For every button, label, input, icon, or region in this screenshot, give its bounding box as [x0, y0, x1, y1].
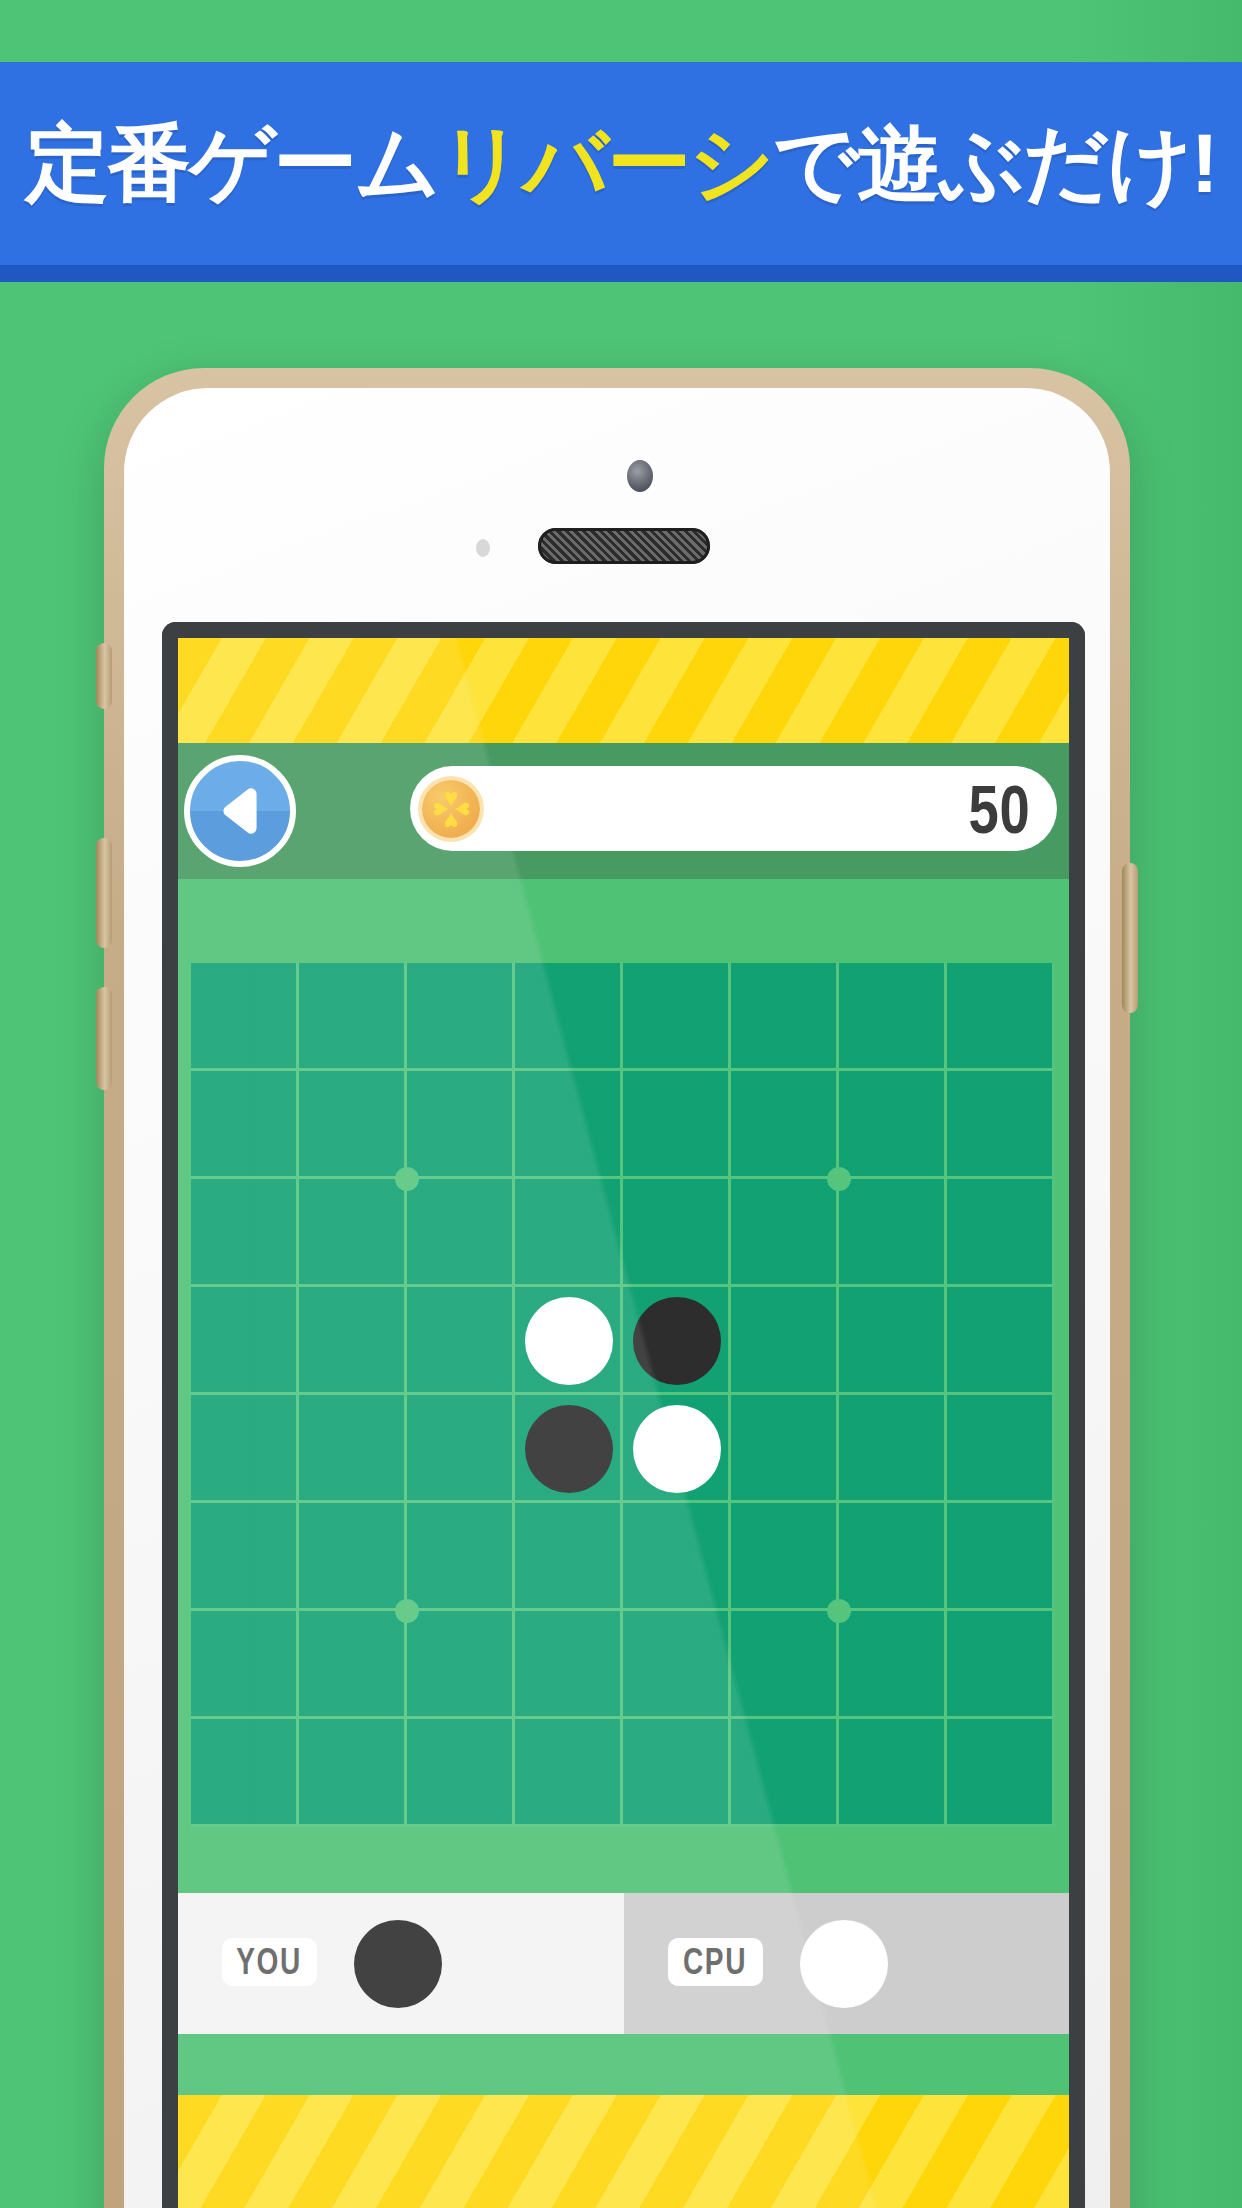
board-cell[interactable] [623, 1179, 731, 1287]
board-cell[interactable] [731, 1395, 839, 1503]
board-cell[interactable] [623, 1287, 731, 1395]
board-cell[interactable] [839, 1179, 947, 1287]
board-cell[interactable] [515, 1395, 623, 1503]
board-cell[interactable] [299, 1287, 407, 1395]
cpu-label: CPU [668, 1938, 763, 1986]
board-cell[interactable] [191, 1071, 299, 1179]
board-cell[interactable] [839, 1719, 947, 1827]
board-cell[interactable] [299, 1611, 407, 1719]
you-label: YOU [222, 1938, 317, 1986]
app-header-bar: ♥ ♥ ♥ ♥ 50 [178, 743, 1069, 879]
you-disc-black [354, 1920, 442, 2008]
board-cell[interactable] [623, 1071, 731, 1179]
board-cell[interactable] [731, 963, 839, 1071]
board-cell[interactable] [623, 1611, 731, 1719]
reversi-board[interactable] [191, 963, 1055, 1827]
board-cell[interactable] [731, 1719, 839, 1827]
board-cell[interactable] [947, 1395, 1055, 1503]
mute-switch [96, 643, 112, 709]
board-cell[interactable] [947, 1179, 1055, 1287]
coin-counter: ♥ ♥ ♥ ♥ 50 [410, 766, 1057, 851]
board-cell[interactable] [947, 1071, 1055, 1179]
board-cell[interactable] [839, 1395, 947, 1503]
board-cell[interactable] [731, 1071, 839, 1179]
score-bar: YOU CPU [178, 1893, 1069, 2034]
board-cell[interactable] [407, 1395, 515, 1503]
board-cell[interactable] [515, 963, 623, 1071]
board-cell[interactable] [731, 1611, 839, 1719]
board-cell[interactable] [191, 1395, 299, 1503]
cpu-panel: CPU [624, 1893, 1070, 2034]
board-cell[interactable] [947, 1503, 1055, 1611]
earpiece-speaker-icon [538, 528, 710, 564]
board-cell[interactable] [191, 1503, 299, 1611]
board-cell[interactable] [299, 1395, 407, 1503]
board-cell[interactable] [839, 1503, 947, 1611]
board-cell[interactable] [515, 1179, 623, 1287]
cpu-disc-white [800, 1920, 888, 2008]
clover-petal-icon: ♥ [451, 801, 476, 816]
striped-footer-band [178, 2095, 1069, 2208]
board-disc-black [525, 1405, 613, 1493]
banner-text-highlight: リバーシ [439, 107, 773, 221]
board-cell[interactable] [191, 963, 299, 1071]
banner-shadow-strip [0, 265, 1242, 282]
board-disc-white [525, 1297, 613, 1385]
board-cell[interactable] [515, 1503, 623, 1611]
board-cell[interactable] [191, 1611, 299, 1719]
board-cell[interactable] [299, 1179, 407, 1287]
board-cell[interactable] [407, 1719, 515, 1827]
volume-up-button [96, 838, 112, 948]
board-cell[interactable] [623, 1395, 731, 1503]
board-cell[interactable] [407, 1287, 515, 1395]
board-cell[interactable] [839, 963, 947, 1071]
board-cell[interactable] [731, 1503, 839, 1611]
board-cell[interactable] [299, 1071, 407, 1179]
coin-count: 50 [969, 770, 1031, 848]
promo-banner-text: 定番ゲームリバーシで遊ぶだけ! [0, 62, 1242, 265]
board-cell[interactable] [191, 1287, 299, 1395]
board-cell[interactable] [299, 963, 407, 1071]
board-cell[interactable] [407, 963, 515, 1071]
board-cell[interactable] [515, 1071, 623, 1179]
board-cell[interactable] [407, 1503, 515, 1611]
app-screen: ♥ ♥ ♥ ♥ 50 YOU CPU [162, 622, 1085, 2208]
board-cell[interactable] [191, 1179, 299, 1287]
striped-header-band [178, 638, 1069, 743]
board-star-point [827, 1167, 851, 1191]
board-cell[interactable] [947, 1611, 1055, 1719]
board-cell[interactable] [623, 1503, 731, 1611]
promo-banner: 定番ゲームリバーシで遊ぶだけ! [0, 62, 1242, 265]
front-camera-icon [627, 460, 653, 492]
board-cell[interactable] [947, 1719, 1055, 1827]
board-cell[interactable] [839, 1071, 947, 1179]
board-cell[interactable] [515, 1719, 623, 1827]
clover-petal-icon: ♥ [427, 801, 452, 816]
proximity-sensor-icon [476, 539, 490, 557]
board-cell[interactable] [947, 963, 1055, 1071]
power-button [1122, 863, 1138, 1013]
board-cell[interactable] [623, 1719, 731, 1827]
board-cell[interactable] [299, 1503, 407, 1611]
board-cell[interactable] [623, 963, 731, 1071]
board-cell[interactable] [407, 1071, 515, 1179]
back-arrow-icon [215, 784, 265, 838]
board-disc-white [633, 1405, 721, 1493]
board-cell[interactable] [407, 1611, 515, 1719]
clover-coin-icon: ♥ ♥ ♥ ♥ [422, 780, 480, 838]
board-star-point [395, 1599, 419, 1623]
board-cell[interactable] [731, 1179, 839, 1287]
game-area: YOU CPU [178, 879, 1069, 2208]
board-star-point [395, 1167, 419, 1191]
board-cell[interactable] [515, 1611, 623, 1719]
board-cell[interactable] [407, 1179, 515, 1287]
phone-mockup: ♥ ♥ ♥ ♥ 50 YOU CPU [104, 368, 1130, 2208]
board-cell[interactable] [947, 1287, 1055, 1395]
banner-text-suffix: で遊ぶだけ! [773, 107, 1217, 221]
back-button[interactable] [184, 755, 296, 867]
banner-text-prefix: 定番ゲーム [25, 107, 439, 221]
board-disc-black [633, 1297, 721, 1385]
volume-down-button [96, 987, 112, 1090]
board-cell[interactable] [731, 1287, 839, 1395]
board-cell[interactable] [515, 1287, 623, 1395]
board-cell[interactable] [839, 1287, 947, 1395]
you-panel: YOU [178, 1893, 624, 2034]
board-cell[interactable] [299, 1719, 407, 1827]
board-star-point [827, 1599, 851, 1623]
board-cell[interactable] [191, 1719, 299, 1827]
board-cell[interactable] [839, 1611, 947, 1719]
